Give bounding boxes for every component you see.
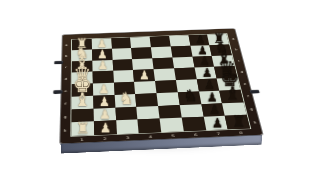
square-a4[interactable] [130, 37, 151, 48]
product-photo-scene: ♜♟♟♜♞♟♟♞♝♟♟♝♛♟♟♛♚♟♟♚♝♟♞♞♟♝♟♟♜♟♟♜ 1234567… [0, 0, 310, 186]
white-bishop[interactable]: ♝ [64, 90, 100, 109]
square-b5[interactable] [151, 46, 172, 58]
square-g5[interactable] [158, 105, 181, 119]
chess-board: ♜♟♟♜♞♟♟♞♝♟♟♝♛♟♟♛♚♟♟♚♝♟♞♞♟♝♟♟♜♟♟♜ [70, 33, 251, 136]
square-g2[interactable]: ♟ [93, 107, 115, 121]
square-h7[interactable]: ♟ [203, 116, 228, 130]
folding-chess-box: ♜♟♟♜♞♟♟♞♝♟♟♝♛♟♟♛♚♟♟♚♝♟♞♞♟♝♟♟♜♟♟♜ 1234567… [60, 29, 262, 144]
board-frame: ♜♟♟♜♞♟♟♞♝♟♟♝♛♟♟♛♚♟♟♚♝♟♞♞♟♝♟♟♜♟♟♜ 1234567… [60, 29, 262, 144]
square-d4[interactable]: ♟ [133, 69, 155, 81]
white-rook[interactable]: ♜ [64, 120, 102, 135]
black-knight[interactable]: ♞ [172, 88, 208, 105]
square-h4[interactable] [138, 119, 162, 134]
square-a5[interactable] [150, 36, 171, 47]
square-g4[interactable] [136, 106, 159, 120]
black-pawn[interactable]: ♟ [198, 117, 235, 130]
square-b4[interactable] [131, 47, 152, 59]
square-c5[interactable] [152, 57, 174, 69]
square-h5[interactable] [160, 118, 184, 132]
white-pawn[interactable]: ♟ [127, 69, 162, 81]
white-pawn[interactable]: ♟ [86, 108, 123, 121]
square-h1[interactable]: ♜ [71, 121, 94, 136]
